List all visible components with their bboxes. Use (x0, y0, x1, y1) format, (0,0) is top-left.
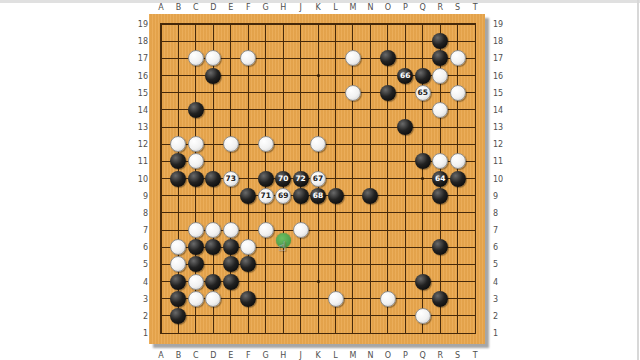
column-label: O (385, 351, 391, 360)
column-label: K (315, 3, 320, 12)
column-label: C (193, 351, 199, 360)
column-label: R (437, 3, 443, 12)
stone-black (240, 188, 256, 204)
stone-black (258, 171, 274, 187)
stone-white (328, 291, 344, 307)
column-label: K (315, 351, 320, 360)
stone-black (188, 171, 204, 187)
stone-black (432, 291, 448, 307)
column-label: J (299, 351, 301, 360)
row-label: 3 (493, 294, 513, 303)
column-label: A (158, 3, 163, 12)
row-label: 5 (493, 260, 513, 269)
stone-white (188, 274, 204, 290)
stone-white: 69 (275, 188, 291, 204)
column-label: J (299, 3, 301, 12)
stone-white (415, 308, 431, 324)
column-label: G (263, 351, 269, 360)
stone-white (188, 291, 204, 307)
row-label: 12 (128, 140, 148, 149)
stone-white (188, 136, 204, 152)
go-board[interactable]: 66657370726764716968 (149, 14, 485, 344)
stone-black: 66 (397, 68, 413, 84)
row-label: 9 (493, 191, 513, 200)
stone-white: 67 (310, 171, 326, 187)
row-label: 10 (128, 174, 148, 183)
stone-black (240, 291, 256, 307)
stone-black: 64 (432, 171, 448, 187)
column-label: T (473, 351, 478, 360)
column-label: S (455, 351, 460, 360)
column-label: P (403, 3, 408, 12)
move-number: 71 (260, 192, 270, 200)
move-number: 68 (313, 192, 323, 200)
move-number: 69 (278, 192, 288, 200)
column-label: N (367, 351, 373, 360)
row-label: 6 (128, 243, 148, 252)
row-label: 10 (493, 174, 513, 183)
column-label: Q (420, 351, 426, 360)
row-label: 2 (493, 311, 513, 320)
stone-black (380, 85, 396, 101)
row-label: 3 (128, 294, 148, 303)
column-label: M (349, 351, 356, 360)
move-number: 72 (295, 175, 305, 183)
column-label: N (367, 3, 373, 12)
row-label: 16 (128, 71, 148, 80)
row-label: 5 (128, 260, 148, 269)
column-label: E (228, 3, 233, 12)
column-label: F (246, 3, 251, 12)
row-label: 8 (493, 208, 513, 217)
column-label: H (280, 3, 286, 12)
column-label: T (473, 3, 478, 12)
row-label: 15 (128, 88, 148, 97)
stone-black (415, 68, 431, 84)
stone-white (188, 222, 204, 238)
row-label: 8 (128, 208, 148, 217)
row-label: 17 (128, 54, 148, 63)
row-label: 19 (493, 20, 513, 29)
stone-black (432, 188, 448, 204)
column-label: F (246, 351, 251, 360)
row-label: 11 (493, 157, 513, 166)
row-label: 17 (493, 54, 513, 63)
move-number: 67 (313, 175, 323, 183)
move-number: 65 (418, 89, 428, 97)
stone-black (293, 188, 309, 204)
hand-pointer-icon: ☝ (278, 239, 286, 254)
stone-black (205, 68, 221, 84)
stone-black (188, 102, 204, 118)
stone-black (223, 274, 239, 290)
stone-white: 71 (258, 188, 274, 204)
column-label: Q (420, 3, 426, 12)
row-label: 2 (128, 311, 148, 320)
row-label: 12 (493, 140, 513, 149)
column-label: M (349, 3, 356, 12)
column-label: E (228, 351, 233, 360)
stone-white (432, 102, 448, 118)
stone-black (205, 274, 221, 290)
column-label: C (193, 3, 199, 12)
stone-white (223, 222, 239, 238)
column-label: A (158, 351, 163, 360)
stone-black (170, 274, 186, 290)
column-label: O (385, 3, 391, 12)
app-screen: 66657370726764716968 AABBCCDDEEFFGGHHJJK… (0, 0, 640, 360)
stone-black (450, 171, 466, 187)
stone-white (258, 222, 274, 238)
column-label: D (210, 3, 216, 12)
row-label: 4 (493, 277, 513, 286)
column-label: L (333, 351, 337, 360)
stone-black: 68 (310, 188, 326, 204)
stone-white (380, 291, 396, 307)
stone-white: 65 (415, 85, 431, 101)
column-label: P (403, 351, 408, 360)
move-number: 66 (400, 72, 410, 80)
row-label: 11 (128, 157, 148, 166)
column-label: L (333, 3, 337, 12)
row-label: 4 (128, 277, 148, 286)
stone-black (328, 188, 344, 204)
column-label: R (437, 351, 443, 360)
stone-white (223, 136, 239, 152)
row-label: 7 (128, 226, 148, 235)
stone-black: 70 (275, 171, 291, 187)
row-label: 1 (128, 329, 148, 338)
row-label: 7 (493, 226, 513, 235)
row-label: 14 (128, 105, 148, 114)
stone-white (450, 153, 466, 169)
row-label: 13 (128, 123, 148, 132)
stone-white (432, 68, 448, 84)
stone-white (450, 85, 466, 101)
row-label: 16 (493, 71, 513, 80)
stone-white (258, 136, 274, 152)
row-label: 9 (128, 191, 148, 200)
row-label: 15 (493, 88, 513, 97)
row-label: 13 (493, 123, 513, 132)
column-label: B (176, 351, 182, 360)
row-label: 6 (493, 243, 513, 252)
column-label: D (210, 351, 216, 360)
stone-black (205, 171, 221, 187)
column-label: H (280, 351, 286, 360)
row-label: 1 (493, 329, 513, 338)
star-point (317, 280, 320, 283)
stone-white (345, 85, 361, 101)
stone-black (415, 274, 431, 290)
row-label: 19 (128, 20, 148, 29)
column-label: G (263, 3, 269, 12)
move-number: 70 (278, 175, 288, 183)
row-label: 18 (128, 37, 148, 46)
stone-black (170, 171, 186, 187)
move-number: 73 (226, 175, 236, 183)
right-edge-line (637, 0, 639, 360)
column-label: S (455, 3, 460, 12)
row-label: 18 (493, 37, 513, 46)
stone-white (450, 50, 466, 66)
stone-white (293, 222, 309, 238)
column-label: B (176, 3, 182, 12)
stone-black: 72 (293, 171, 309, 187)
stone-white: 73 (223, 171, 239, 187)
move-number: 64 (435, 175, 445, 183)
stone-black (223, 239, 239, 255)
row-label: 14 (493, 105, 513, 114)
star-point (317, 74, 320, 77)
